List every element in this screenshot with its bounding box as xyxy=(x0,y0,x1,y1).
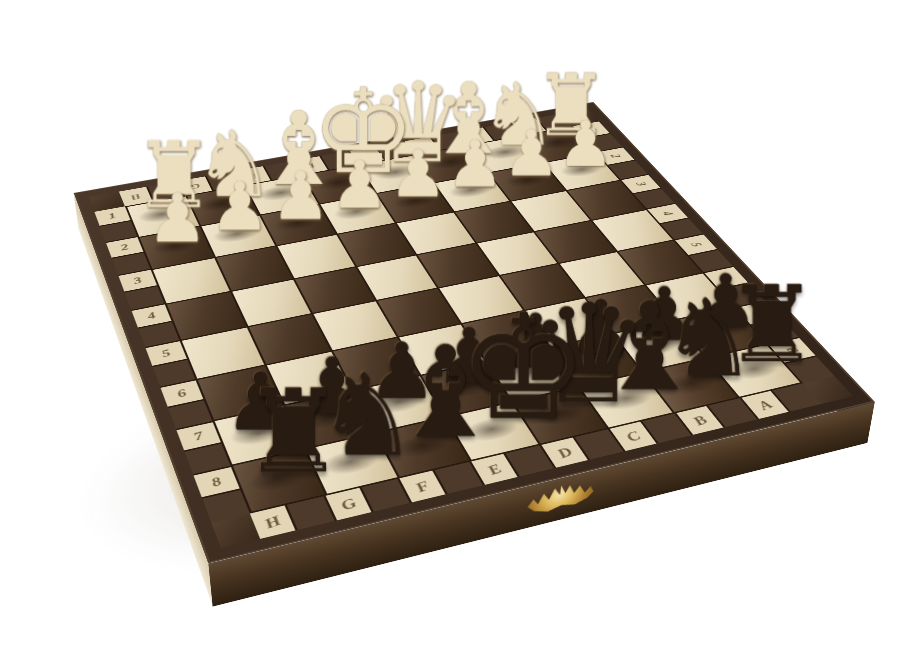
file-label: C xyxy=(407,140,436,151)
file-label: F xyxy=(238,170,268,182)
piece-glyph: ♜ xyxy=(242,377,319,486)
file-label: C xyxy=(613,426,652,447)
file-label: A xyxy=(514,121,542,132)
file-label: G xyxy=(180,180,210,192)
file-label: A xyxy=(746,395,784,415)
file-label: E xyxy=(474,458,514,480)
file-label: G xyxy=(328,492,369,515)
photo-stage: H G F E D C B A H G F E D C B A 1 xyxy=(0,0,900,647)
file-label: D xyxy=(545,442,585,463)
file-label: H xyxy=(252,510,293,534)
file-label: H xyxy=(120,190,151,203)
file-label: E xyxy=(296,159,326,171)
file-label: B xyxy=(461,130,490,141)
file-label: D xyxy=(352,150,381,162)
border-corner xyxy=(803,376,853,404)
chess-box-scene: H G F E D C B A H G F E D C B A 1 xyxy=(74,102,875,564)
file-label: F xyxy=(402,475,443,497)
file-label: B xyxy=(680,410,719,430)
border-corner xyxy=(211,514,260,549)
